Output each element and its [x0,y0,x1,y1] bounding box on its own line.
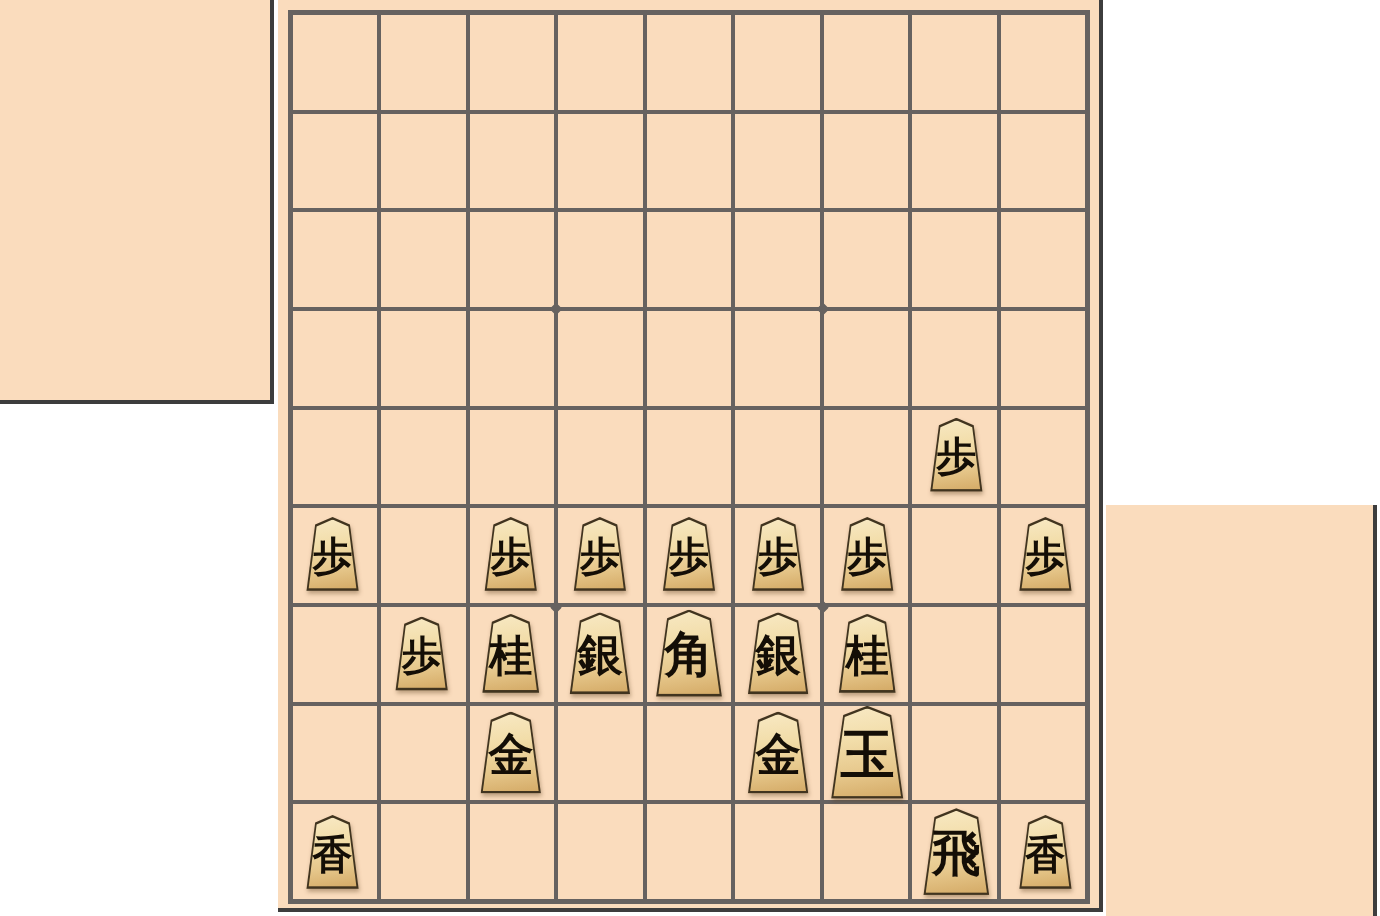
piece-kanji: 歩 [749,536,807,576]
piece-knight-3g[interactable]: 桂 [836,614,899,693]
board-square-6i[interactable] [558,804,642,899]
board-square-7e[interactable] [470,410,554,505]
piece-gold-4h[interactable]: 金 [745,712,812,794]
board-square-7c[interactable] [470,212,554,307]
board-square-3i[interactable] [824,804,908,899]
board-square-4i[interactable] [735,804,819,899]
board-square-2h[interactable] [912,706,996,801]
sente-hand-tray [1106,505,1377,916]
piece-pawn-7f[interactable]: 歩 [482,517,540,591]
piece-kanji: 銀 [745,632,812,677]
board-square-8a[interactable] [381,15,465,110]
piece-kanji: 玉 [827,727,907,781]
piece-kanji: 銀 [566,632,633,677]
piece-kanji: 香 [1016,834,1074,874]
board-square-9d[interactable] [293,311,377,406]
board-square-5h[interactable] [647,706,731,801]
piece-kanji: 歩 [304,536,362,576]
board-square-9h[interactable] [293,706,377,801]
board-square-3a[interactable] [824,15,908,110]
board-square-1h[interactable] [1001,706,1085,801]
board-square-1d[interactable] [1001,311,1085,406]
piece-kanji: 歩 [838,536,896,576]
board-square-9a[interactable] [293,15,377,110]
board-square-1g[interactable] [1001,607,1085,702]
piece-kanji: 歩 [571,536,629,576]
piece-lance-9i[interactable]: 香 [304,815,362,889]
board-square-6b[interactable] [558,114,642,209]
piece-pawn-8g[interactable]: 歩 [393,616,451,690]
board-square-3c[interactable] [824,212,908,307]
board-square-8h[interactable] [381,706,465,801]
piece-bishop-5g[interactable]: 角 [653,610,726,697]
board-square-3e[interactable] [824,410,908,505]
board-square-6d[interactable] [558,311,642,406]
board-square-4e[interactable] [735,410,819,505]
piece-kanji: 歩 [1016,536,1074,576]
piece-knight-7g[interactable]: 桂 [479,614,542,693]
board-square-6c[interactable] [558,212,642,307]
board-square-9g[interactable] [293,607,377,702]
piece-kanji: 金 [745,732,812,777]
board-square-8f[interactable] [381,508,465,603]
piece-pawn-4f[interactable]: 歩 [749,517,807,591]
board-square-2a[interactable] [912,15,996,110]
board-square-8b[interactable] [381,114,465,209]
piece-pawn-3f[interactable]: 歩 [838,517,896,591]
board-square-8e[interactable] [381,410,465,505]
board-square-9c[interactable] [293,212,377,307]
piece-silver-6g[interactable]: 銀 [566,612,633,694]
piece-lance-1i[interactable]: 香 [1016,815,1074,889]
board-square-5c[interactable] [647,212,731,307]
board-square-3b[interactable] [824,114,908,209]
board-square-6a[interactable] [558,15,642,110]
board-square-1e[interactable] [1001,410,1085,505]
piece-kanji: 歩 [482,536,540,576]
piece-silver-4g[interactable]: 銀 [745,612,812,694]
piece-pawn-6f[interactable]: 歩 [571,517,629,591]
piece-kanji: 香 [304,834,362,874]
board-square-6h[interactable] [558,706,642,801]
board-square-9b[interactable] [293,114,377,209]
shogi-board: 歩歩歩歩歩歩歩歩歩桂銀角銀桂金金玉香飛香 [278,0,1103,912]
board-square-4a[interactable] [735,15,819,110]
board-square-2g[interactable] [912,607,996,702]
board-square-7d[interactable] [470,311,554,406]
piece-kanji: 角 [653,630,726,679]
board-square-7a[interactable] [470,15,554,110]
piece-kanji: 桂 [479,633,542,676]
board-square-5d[interactable] [647,311,731,406]
board-square-9e[interactable] [293,410,377,505]
board-square-5i[interactable] [647,804,731,899]
piece-kanji: 金 [477,732,544,777]
board-square-8c[interactable] [381,212,465,307]
board-square-4c[interactable] [735,212,819,307]
piece-kanji: 歩 [393,635,451,675]
piece-kanji: 桂 [836,633,899,676]
board-square-1b[interactable] [1001,114,1085,209]
board-square-2b[interactable] [912,114,996,209]
piece-gold-7h[interactable]: 金 [477,712,544,794]
board-square-1a[interactable] [1001,15,1085,110]
board-square-7i[interactable] [470,804,554,899]
piece-kanji: 歩 [660,536,718,576]
piece-pawn-1f[interactable]: 歩 [1016,517,1074,591]
board-square-5b[interactable] [647,114,731,209]
board-square-5a[interactable] [647,15,731,110]
piece-pawn-5f[interactable]: 歩 [660,517,718,591]
board-square-3d[interactable] [824,311,908,406]
board-square-6e[interactable] [558,410,642,505]
piece-king-3h[interactable]: 玉 [827,706,907,799]
piece-pawn-2e[interactable]: 歩 [927,418,985,492]
board-square-5e[interactable] [647,410,731,505]
board-square-7b[interactable] [470,114,554,209]
board-square-4b[interactable] [735,114,819,209]
piece-pawn-9f[interactable]: 歩 [304,517,362,591]
board-square-2f[interactable] [912,508,996,603]
shogi-app: 歩歩歩歩歩歩歩歩歩桂銀角銀桂金金玉香飛香 [0,0,1380,916]
piece-kanji: 歩 [927,436,985,476]
board-square-8d[interactable] [381,311,465,406]
board-square-4d[interactable] [735,311,819,406]
piece-rook-2i[interactable]: 飛 [920,808,993,895]
board-square-8i[interactable] [381,804,465,899]
board-square-2c[interactable] [912,212,996,307]
board-square-2d[interactable] [912,311,996,406]
board-square-1c[interactable] [1001,212,1085,307]
gote-hand-tray [0,0,274,404]
piece-kanji: 飛 [920,829,993,878]
